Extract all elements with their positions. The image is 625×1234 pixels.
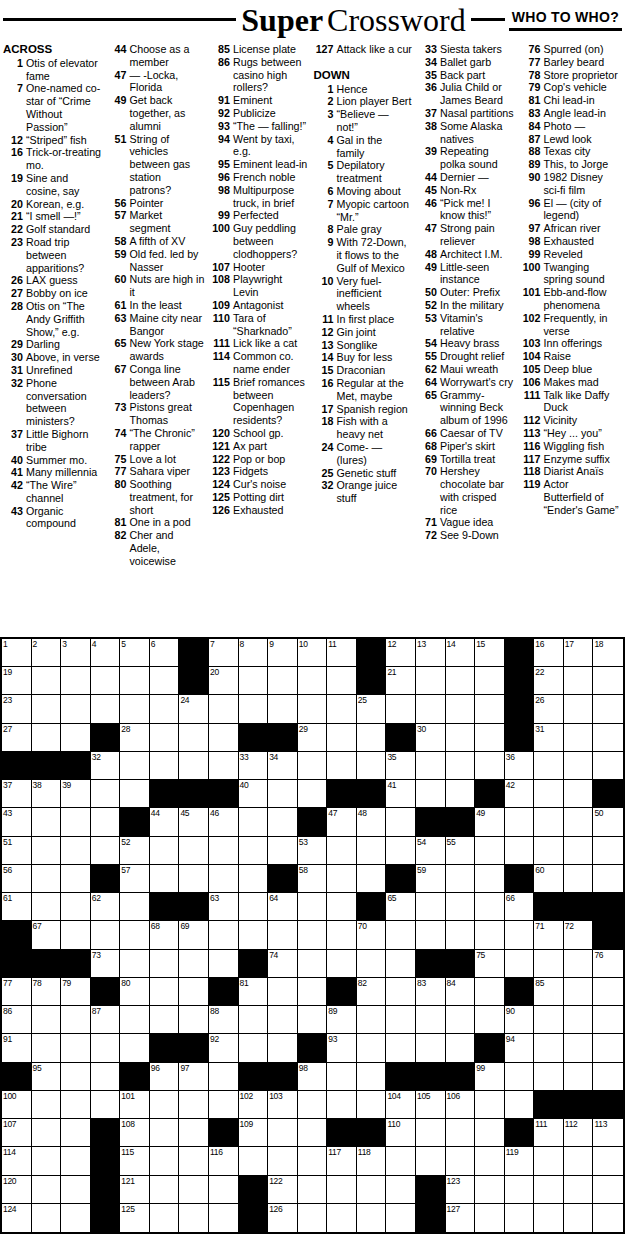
- grid-cell[interactable]: 121: [120, 1176, 150, 1204]
- grid-cell[interactable]: 57: [120, 865, 150, 893]
- grid-cell[interactable]: [209, 724, 239, 752]
- grid-cell[interactable]: [327, 724, 357, 752]
- grid-cell[interactable]: [150, 1204, 180, 1232]
- grid-cell[interactable]: [386, 1176, 416, 1204]
- grid-cell[interactable]: [564, 667, 594, 695]
- grid-cell[interactable]: [120, 893, 150, 921]
- grid-cell[interactable]: [32, 695, 62, 723]
- grid-cell[interactable]: [416, 893, 446, 921]
- grid-cell[interactable]: 116: [209, 1147, 239, 1175]
- grid-cell[interactable]: [357, 1063, 387, 1091]
- grid-cell[interactable]: 88: [209, 1006, 239, 1034]
- grid-cell[interactable]: [327, 752, 357, 780]
- grid-cell[interactable]: 36: [505, 752, 535, 780]
- grid-cell[interactable]: 53: [298, 837, 328, 865]
- grid-cell[interactable]: 22: [534, 667, 564, 695]
- grid-cell[interactable]: [534, 837, 564, 865]
- grid-cell[interactable]: [268, 978, 298, 1006]
- grid-cell[interactable]: 97: [179, 1063, 209, 1091]
- grid-cell[interactable]: [150, 752, 180, 780]
- grid-cell[interactable]: [327, 893, 357, 921]
- grid-cell[interactable]: [386, 1034, 416, 1062]
- grid-cell[interactable]: [475, 695, 505, 723]
- grid-cell[interactable]: [416, 921, 446, 949]
- grid-cell[interactable]: [505, 921, 535, 949]
- grid-cell[interactable]: 19: [2, 667, 32, 695]
- grid-cell[interactable]: 27: [2, 724, 32, 752]
- grid-cell[interactable]: 71: [534, 921, 564, 949]
- grid-cell[interactable]: [150, 1006, 180, 1034]
- grid-cell[interactable]: [446, 1006, 476, 1034]
- grid-cell[interactable]: [209, 1176, 239, 1204]
- grid-cell[interactable]: [505, 808, 535, 836]
- grid-cell[interactable]: 9: [268, 639, 298, 667]
- grid-cell[interactable]: 80: [120, 978, 150, 1006]
- grid-cell[interactable]: [475, 978, 505, 1006]
- grid-cell[interactable]: [150, 1091, 180, 1119]
- grid-cell[interactable]: 62: [91, 893, 121, 921]
- grid-cell[interactable]: [32, 1034, 62, 1062]
- grid-cell[interactable]: [32, 893, 62, 921]
- grid-cell[interactable]: 26: [534, 695, 564, 723]
- grid-cell[interactable]: [593, 752, 623, 780]
- grid-cell[interactable]: [505, 837, 535, 865]
- grid-cell[interactable]: [120, 1034, 150, 1062]
- grid-cell[interactable]: 85: [534, 978, 564, 1006]
- grid-cell[interactable]: 38: [32, 780, 62, 808]
- grid-cell[interactable]: [446, 1119, 476, 1147]
- grid-cell[interactable]: [416, 1119, 446, 1147]
- grid-cell[interactable]: [91, 1091, 121, 1119]
- grid-cell[interactable]: [150, 695, 180, 723]
- grid-cell[interactable]: [61, 837, 91, 865]
- grid-cell[interactable]: [534, 1147, 564, 1175]
- grid-cell[interactable]: 30: [416, 724, 446, 752]
- grid-cell[interactable]: [268, 921, 298, 949]
- grid-cell[interactable]: 108: [120, 1119, 150, 1147]
- grid-cell[interactable]: 106: [446, 1091, 476, 1119]
- grid-cell[interactable]: 110: [386, 1119, 416, 1147]
- grid-cell[interactable]: [534, 950, 564, 978]
- grid-cell[interactable]: [32, 1091, 62, 1119]
- grid-cell[interactable]: 107: [2, 1119, 32, 1147]
- grid-cell[interactable]: [61, 893, 91, 921]
- grid-cell[interactable]: 91: [2, 1034, 32, 1062]
- grid-cell[interactable]: 49: [475, 808, 505, 836]
- grid-cell[interactable]: [446, 1034, 476, 1062]
- grid-cell[interactable]: 25: [357, 695, 387, 723]
- grid-cell[interactable]: [239, 695, 269, 723]
- grid-cell[interactable]: [475, 1204, 505, 1232]
- grid-cell[interactable]: 28: [120, 724, 150, 752]
- grid-cell[interactable]: [61, 1063, 91, 1091]
- grid-cell[interactable]: [327, 695, 357, 723]
- grid-cell[interactable]: 17: [564, 639, 594, 667]
- grid-cell[interactable]: [120, 780, 150, 808]
- grid-cell[interactable]: 47: [327, 808, 357, 836]
- grid-cell[interactable]: 51: [2, 837, 32, 865]
- grid-cell[interactable]: [564, 1006, 594, 1034]
- grid-cell[interactable]: [416, 1147, 446, 1175]
- grid-cell[interactable]: 24: [179, 695, 209, 723]
- grid-cell[interactable]: 118: [357, 1147, 387, 1175]
- grid-cell[interactable]: [593, 1176, 623, 1204]
- grid-cell[interactable]: 114: [2, 1147, 32, 1175]
- grid-cell[interactable]: [209, 1091, 239, 1119]
- grid-cell[interactable]: 46: [209, 808, 239, 836]
- grid-cell[interactable]: [386, 1147, 416, 1175]
- grid-cell[interactable]: [91, 921, 121, 949]
- grid-cell[interactable]: [268, 695, 298, 723]
- grid-cell[interactable]: 23: [2, 695, 32, 723]
- grid-cell[interactable]: 10: [298, 639, 328, 667]
- grid-cell[interactable]: 4: [91, 639, 121, 667]
- grid-cell[interactable]: [534, 752, 564, 780]
- grid-cell[interactable]: 42: [505, 780, 535, 808]
- grid-cell[interactable]: [120, 752, 150, 780]
- grid-cell[interactable]: 21: [386, 667, 416, 695]
- grid-cell[interactable]: [61, 1119, 91, 1147]
- grid-cell[interactable]: 3: [61, 639, 91, 667]
- grid-cell[interactable]: 12: [386, 639, 416, 667]
- grid-cell[interactable]: 78: [32, 978, 62, 1006]
- grid-cell[interactable]: 32: [91, 752, 121, 780]
- grid-cell[interactable]: [446, 893, 476, 921]
- grid-cell[interactable]: 34: [268, 752, 298, 780]
- grid-cell[interactable]: [446, 695, 476, 723]
- grid-cell[interactable]: [179, 837, 209, 865]
- grid-cell[interactable]: [534, 1176, 564, 1204]
- grid-cell[interactable]: [298, 1091, 328, 1119]
- grid-cell[interactable]: 50: [593, 808, 623, 836]
- grid-cell[interactable]: [475, 1091, 505, 1119]
- grid-cell[interactable]: [298, 780, 328, 808]
- grid-cell[interactable]: [150, 978, 180, 1006]
- grid-cell[interactable]: [534, 1006, 564, 1034]
- grid-cell[interactable]: [32, 865, 62, 893]
- grid-cell[interactable]: [61, 667, 91, 695]
- grid-cell[interactable]: [179, 978, 209, 1006]
- grid-cell[interactable]: [534, 1034, 564, 1062]
- grid-cell[interactable]: [593, 724, 623, 752]
- grid-cell[interactable]: [298, 752, 328, 780]
- grid-cell[interactable]: 14: [446, 639, 476, 667]
- grid-cell[interactable]: [505, 1204, 535, 1232]
- grid-cell[interactable]: 103: [268, 1091, 298, 1119]
- grid-cell[interactable]: [327, 921, 357, 949]
- grid-cell[interactable]: [357, 1034, 387, 1062]
- grid-cell[interactable]: [593, 1006, 623, 1034]
- grid-cell[interactable]: [268, 780, 298, 808]
- grid-cell[interactable]: [209, 752, 239, 780]
- grid-cell[interactable]: 101: [120, 1091, 150, 1119]
- grid-cell[interactable]: 37: [2, 780, 32, 808]
- grid-cell[interactable]: [209, 1063, 239, 1091]
- grid-cell[interactable]: [446, 921, 476, 949]
- grid-cell[interactable]: [357, 724, 387, 752]
- grid-cell[interactable]: 112: [564, 1119, 594, 1147]
- grid-cell[interactable]: 13: [416, 639, 446, 667]
- grid-cell[interactable]: [475, 1176, 505, 1204]
- grid-cell[interactable]: [386, 837, 416, 865]
- grid-cell[interactable]: [91, 808, 121, 836]
- grid-cell[interactable]: [298, 695, 328, 723]
- grid-cell[interactable]: [298, 667, 328, 695]
- grid-cell[interactable]: [209, 1204, 239, 1232]
- grid-cell[interactable]: [505, 1063, 535, 1091]
- grid-cell[interactable]: [32, 1147, 62, 1175]
- grid-cell[interactable]: [268, 667, 298, 695]
- grid-cell[interactable]: [91, 695, 121, 723]
- grid-cell[interactable]: [386, 695, 416, 723]
- grid-cell[interactable]: [150, 724, 180, 752]
- grid-cell[interactable]: [564, 950, 594, 978]
- grid-cell[interactable]: [120, 950, 150, 978]
- grid-cell[interactable]: [61, 1147, 91, 1175]
- grid-cell[interactable]: 35: [386, 752, 416, 780]
- grid-cell[interactable]: 40: [239, 780, 269, 808]
- grid-cell[interactable]: 69: [179, 921, 209, 949]
- grid-cell[interactable]: 96: [150, 1063, 180, 1091]
- grid-cell[interactable]: 95: [32, 1063, 62, 1091]
- grid-cell[interactable]: 61: [2, 893, 32, 921]
- grid-cell[interactable]: [475, 1006, 505, 1034]
- grid-cell[interactable]: 48: [357, 808, 387, 836]
- grid-cell[interactable]: [416, 695, 446, 723]
- grid-cell[interactable]: 16: [534, 639, 564, 667]
- grid-cell[interactable]: [120, 1006, 150, 1034]
- grid-cell[interactable]: [268, 808, 298, 836]
- grid-cell[interactable]: [357, 1204, 387, 1232]
- grid-cell[interactable]: 99: [475, 1063, 505, 1091]
- grid-cell[interactable]: [593, 1034, 623, 1062]
- grid-cell[interactable]: 105: [416, 1091, 446, 1119]
- grid-cell[interactable]: [91, 1034, 121, 1062]
- grid-cell[interactable]: [327, 837, 357, 865]
- grid-cell[interactable]: [298, 950, 328, 978]
- grid-cell[interactable]: 55: [446, 837, 476, 865]
- grid-cell[interactable]: [209, 865, 239, 893]
- grid-cell[interactable]: [564, 808, 594, 836]
- grid-cell[interactable]: [327, 1091, 357, 1119]
- grid-cell[interactable]: [327, 865, 357, 893]
- grid-cell[interactable]: 86: [2, 1006, 32, 1034]
- grid-cell[interactable]: [327, 950, 357, 978]
- grid-cell[interactable]: [268, 1147, 298, 1175]
- grid-cell[interactable]: [91, 667, 121, 695]
- grid-cell[interactable]: [298, 1176, 328, 1204]
- grid-cell[interactable]: [505, 1091, 535, 1119]
- grid-cell[interactable]: 111: [534, 1119, 564, 1147]
- grid-cell[interactable]: 1: [2, 639, 32, 667]
- grid-cell[interactable]: [209, 837, 239, 865]
- grid-cell[interactable]: 68: [150, 921, 180, 949]
- grid-cell[interactable]: 39: [61, 780, 91, 808]
- grid-cell[interactable]: [179, 1176, 209, 1204]
- grid-cell[interactable]: [268, 1119, 298, 1147]
- grid-cell[interactable]: [357, 1091, 387, 1119]
- grid-cell[interactable]: 6: [150, 639, 180, 667]
- grid-cell[interactable]: 31: [534, 724, 564, 752]
- grid-cell[interactable]: 74: [268, 950, 298, 978]
- grid-cell[interactable]: 56: [2, 865, 32, 893]
- grid-cell[interactable]: [298, 1119, 328, 1147]
- grid-cell[interactable]: 125: [120, 1204, 150, 1232]
- grid-cell[interactable]: [446, 780, 476, 808]
- grid-cell[interactable]: 79: [61, 978, 91, 1006]
- grid-cell[interactable]: 44: [150, 808, 180, 836]
- grid-cell[interactable]: [386, 921, 416, 949]
- grid-cell[interactable]: [298, 978, 328, 1006]
- grid-cell[interactable]: [505, 950, 535, 978]
- grid-cell[interactable]: [386, 1204, 416, 1232]
- grid-cell[interactable]: 94: [505, 1034, 535, 1062]
- grid-cell[interactable]: 59: [416, 865, 446, 893]
- grid-cell[interactable]: 15: [475, 639, 505, 667]
- grid-cell[interactable]: [505, 1176, 535, 1204]
- grid-cell[interactable]: [475, 667, 505, 695]
- grid-cell[interactable]: [446, 1147, 476, 1175]
- grid-cell[interactable]: 11: [327, 639, 357, 667]
- grid-cell[interactable]: 65: [386, 893, 416, 921]
- grid-cell[interactable]: 64: [268, 893, 298, 921]
- grid-cell[interactable]: [357, 752, 387, 780]
- grid-cell[interactable]: 75: [475, 950, 505, 978]
- grid-cell[interactable]: [179, 950, 209, 978]
- grid-cell[interactable]: [61, 1204, 91, 1232]
- grid-cell[interactable]: [150, 950, 180, 978]
- grid-cell[interactable]: [357, 1176, 387, 1204]
- grid-cell[interactable]: 92: [209, 1034, 239, 1062]
- grid-cell[interactable]: 84: [446, 978, 476, 1006]
- grid-cell[interactable]: [239, 667, 269, 695]
- grid-cell[interactable]: 45: [179, 808, 209, 836]
- grid-cell[interactable]: [386, 978, 416, 1006]
- grid-cell[interactable]: [120, 921, 150, 949]
- grid-cell[interactable]: [239, 1147, 269, 1175]
- grid-cell[interactable]: 122: [268, 1176, 298, 1204]
- grid-cell[interactable]: 109: [239, 1119, 269, 1147]
- grid-cell[interactable]: [564, 780, 594, 808]
- grid-cell[interactable]: 83: [416, 978, 446, 1006]
- grid-cell[interactable]: [416, 1006, 446, 1034]
- grid-cell[interactable]: [327, 1176, 357, 1204]
- grid-cell[interactable]: [564, 1147, 594, 1175]
- grid-cell[interactable]: 124: [2, 1204, 32, 1232]
- grid-cell[interactable]: [593, 978, 623, 1006]
- grid-cell[interactable]: [61, 1091, 91, 1119]
- grid-cell[interactable]: 20: [209, 667, 239, 695]
- grid-cell[interactable]: 58: [298, 865, 328, 893]
- grid-cell[interactable]: 66: [505, 893, 535, 921]
- grid-cell[interactable]: [416, 780, 446, 808]
- grid-cell[interactable]: [61, 921, 91, 949]
- grid-cell[interactable]: [327, 1063, 357, 1091]
- grid-cell[interactable]: [475, 724, 505, 752]
- grid-cell[interactable]: [416, 667, 446, 695]
- grid-cell[interactable]: [534, 1063, 564, 1091]
- grid-cell[interactable]: [120, 667, 150, 695]
- grid-cell[interactable]: [268, 1034, 298, 1062]
- grid-cell[interactable]: [593, 1204, 623, 1232]
- grid-cell[interactable]: [593, 837, 623, 865]
- grid-cell[interactable]: 120: [2, 1176, 32, 1204]
- grid-cell[interactable]: 67: [32, 921, 62, 949]
- grid-cell[interactable]: 93: [327, 1034, 357, 1062]
- grid-cell[interactable]: [179, 1006, 209, 1034]
- grid-cell[interactable]: [564, 695, 594, 723]
- grid-cell[interactable]: 117: [327, 1147, 357, 1175]
- grid-cell[interactable]: [150, 667, 180, 695]
- grid-cell[interactable]: 100: [2, 1091, 32, 1119]
- grid-cell[interactable]: 8: [239, 639, 269, 667]
- grid-cell[interactable]: 7: [209, 639, 239, 667]
- grid-cell[interactable]: [179, 1204, 209, 1232]
- grid-cell[interactable]: [239, 808, 269, 836]
- grid-cell[interactable]: [239, 1034, 269, 1062]
- grid-cell[interactable]: [209, 695, 239, 723]
- grid-cell[interactable]: [268, 1006, 298, 1034]
- grid-cell[interactable]: [32, 1176, 62, 1204]
- grid-cell[interactable]: [91, 837, 121, 865]
- grid-cell[interactable]: [298, 1204, 328, 1232]
- grid-cell[interactable]: 52: [120, 837, 150, 865]
- grid-cell[interactable]: [416, 1034, 446, 1062]
- grid-cell[interactable]: [564, 752, 594, 780]
- grid-cell[interactable]: [150, 837, 180, 865]
- grid-cell[interactable]: [386, 1006, 416, 1034]
- grid-cell[interactable]: [446, 752, 476, 780]
- grid-cell[interactable]: [61, 865, 91, 893]
- grid-cell[interactable]: 29: [298, 724, 328, 752]
- grid-cell[interactable]: [179, 752, 209, 780]
- grid-cell[interactable]: [357, 837, 387, 865]
- grid-cell[interactable]: [209, 921, 239, 949]
- grid-cell[interactable]: [61, 695, 91, 723]
- grid-cell[interactable]: 98: [298, 1063, 328, 1091]
- grid-cell[interactable]: [446, 667, 476, 695]
- grid-cell[interactable]: [239, 837, 269, 865]
- grid-cell[interactable]: [593, 1063, 623, 1091]
- grid-cell[interactable]: [327, 1204, 357, 1232]
- grid-cell[interactable]: 76: [593, 950, 623, 978]
- grid-cell[interactable]: [593, 865, 623, 893]
- grid-cell[interactable]: 41: [386, 780, 416, 808]
- grid-cell[interactable]: [239, 921, 269, 949]
- grid-cell[interactable]: [32, 1204, 62, 1232]
- grid-cell[interactable]: [416, 752, 446, 780]
- grid-cell[interactable]: 90: [505, 1006, 535, 1034]
- grid-cell[interactable]: 5: [120, 639, 150, 667]
- grid-cell[interactable]: [475, 752, 505, 780]
- grid-cell[interactable]: [61, 1006, 91, 1034]
- grid-cell[interactable]: [268, 837, 298, 865]
- grid-cell[interactable]: 89: [327, 1006, 357, 1034]
- grid-cell[interactable]: 63: [209, 893, 239, 921]
- grid-cell[interactable]: [593, 695, 623, 723]
- grid-cell[interactable]: [475, 865, 505, 893]
- grid-cell[interactable]: [32, 1006, 62, 1034]
- grid-cell[interactable]: [593, 667, 623, 695]
- grid-cell[interactable]: [239, 893, 269, 921]
- grid-cell[interactable]: 87: [91, 1006, 121, 1034]
- grid-cell[interactable]: [179, 1147, 209, 1175]
- grid-cell[interactable]: 126: [268, 1204, 298, 1232]
- grid-cell[interactable]: [593, 1147, 623, 1175]
- grid-cell[interactable]: [150, 1119, 180, 1147]
- grid-cell[interactable]: [564, 1176, 594, 1204]
- grid-cell[interactable]: 81: [239, 978, 269, 1006]
